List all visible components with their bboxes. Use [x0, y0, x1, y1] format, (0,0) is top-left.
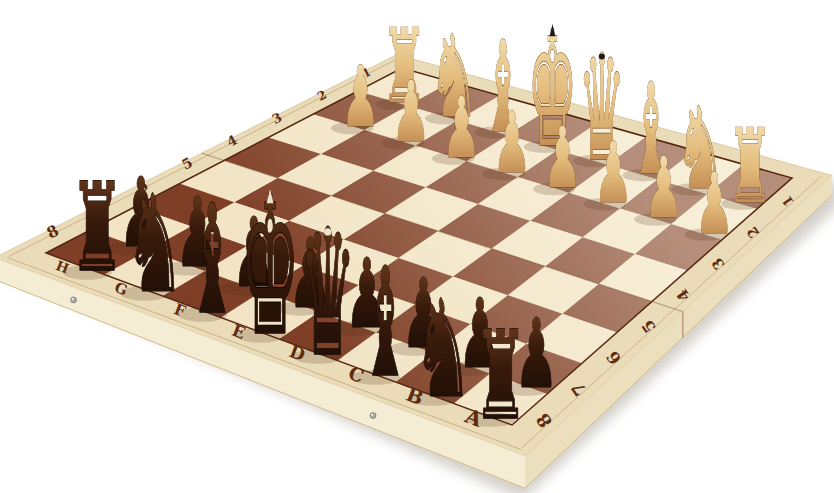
piece-white-pawn-e2[interactable]: ♟: [493, 94, 532, 192]
piece-black-knight-g8[interactable]: ♞: [125, 166, 185, 323]
piece-white-pawn-a2[interactable]: ♟: [695, 155, 734, 253]
piece-white-pawn-g2[interactable]: ♟: [392, 63, 431, 161]
piece-black-bishop-f8[interactable]: ♝: [188, 172, 237, 347]
piece-black-knight-b8[interactable]: ♞: [413, 271, 473, 428]
piece-black-queen-d8[interactable]: ♛: [299, 192, 356, 395]
piece-black-rook-h8[interactable]: ♜: [70, 156, 125, 299]
latch-pin-highlight-1: [371, 414, 373, 416]
latch-pin-1: [370, 413, 376, 419]
piece-white-pawn-f2[interactable]: ♟: [442, 79, 481, 177]
chessboard[interactable]: HGFEDCBA8765432112345678♜♞♟♝♟♚♟♛♟♝♟♞♜♟♟♟…: [0, 0, 834, 493]
photo-scene: HGFEDCBA8765432112345678♜♞♟♝♟♚♟♛♟♝♟♞♜♟♟♟…: [0, 0, 834, 493]
queen-finial-d1: [599, 54, 605, 60]
piece-black-rook-a8[interactable]: ♜: [473, 304, 528, 447]
piece-white-pawn-h2[interactable]: ♟: [341, 48, 380, 146]
piece-white-pawn-b2[interactable]: ♟: [644, 139, 683, 237]
queen-finial-d8: [324, 228, 331, 235]
piece-black-bishop-c8[interactable]: ♝: [361, 235, 410, 410]
piece-white-pawn-d2[interactable]: ♟: [543, 109, 582, 207]
piece-white-pawn-c2[interactable]: ♟: [594, 124, 633, 222]
